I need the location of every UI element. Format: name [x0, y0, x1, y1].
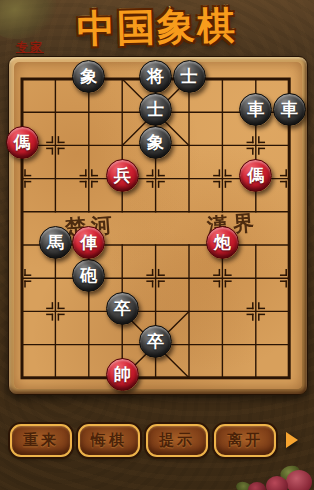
leave-button[interactable]: 离开 — [214, 424, 276, 457]
app-title: 中国象棋 — [0, 0, 314, 57]
hint-button[interactable]: 提示 — [146, 424, 208, 457]
black-cannon-piece[interactable]: 砲 — [72, 259, 105, 292]
action-button-row: 重来 悔棋 提示 离开 — [10, 424, 276, 457]
black-chariot-piece[interactable]: 車 — [273, 93, 306, 126]
black-advisor-piece[interactable]: 士 — [173, 60, 206, 93]
black-elephant-piece[interactable]: 象 — [139, 126, 172, 159]
red-soldier-piece[interactable]: 兵 — [106, 159, 139, 192]
right-triangle-arrow-icon[interactable] — [286, 432, 298, 448]
restart-button[interactable]: 重来 — [10, 424, 72, 457]
black-general-piece[interactable]: 将 — [139, 60, 172, 93]
red-chariot-piece[interactable]: 俥 — [72, 226, 105, 259]
red-general-piece[interactable]: 帥 — [106, 358, 139, 391]
difficulty-label: 专家 — [16, 39, 44, 56]
black-elephant-piece[interactable]: 象 — [72, 60, 105, 93]
black-soldier-piece[interactable]: 卒 — [106, 292, 139, 325]
red-cannon-piece[interactable]: 炮 — [206, 226, 239, 259]
black-horse-piece[interactable]: 馬 — [39, 226, 72, 259]
xiangqi-app: { "game": "xiangqi", "header": { "title"… — [0, 0, 314, 490]
black-soldier-piece[interactable]: 卒 — [139, 325, 172, 358]
black-chariot-piece[interactable]: 車 — [239, 93, 272, 126]
undo-move-button[interactable]: 悔棋 — [78, 424, 140, 457]
red-horse-piece[interactable]: 傌 — [6, 126, 39, 159]
black-advisor-piece[interactable]: 士 — [139, 93, 172, 126]
